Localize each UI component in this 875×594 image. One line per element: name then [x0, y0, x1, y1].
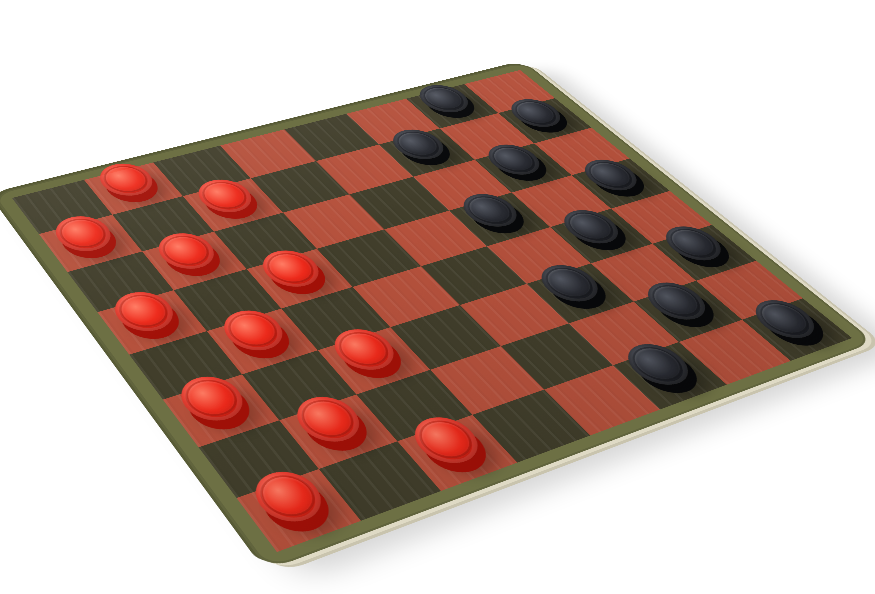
board-grid — [12, 70, 852, 552]
board-plane — [12, 70, 852, 552]
red-checker[interactable] — [91, 159, 162, 200]
photo-scene — [0, 0, 875, 594]
